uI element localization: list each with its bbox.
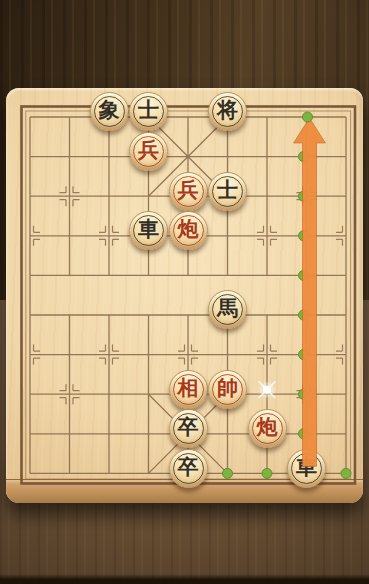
piece-red-cannon[interactable]: 炮 [169,211,208,250]
piece-character: 兵 [138,140,159,161]
piece-red-general[interactable]: 帥 [208,370,247,409]
piece-character: 士 [138,100,159,121]
pieces-layer: 象士将兵兵士車炮馬相帥卒炮卒車 [10,97,366,493]
piece-black-soldier[interactable]: 卒 [169,409,208,448]
piece-character: 象 [99,100,120,121]
piece-character: 兵 [178,180,199,201]
piece-red-soldier[interactable]: 兵 [169,172,208,211]
piece-red-elephant[interactable]: 相 [169,370,208,409]
piece-character: 車 [138,219,159,240]
piece-character: 卒 [178,417,199,438]
piece-black-chariot[interactable]: 車 [287,449,326,488]
piece-character: 相 [178,378,199,399]
piece-character: 馬 [217,298,238,319]
piece-black-advisor[interactable]: 士 [129,92,168,131]
screen-bottom-shadow [0,574,369,584]
piece-black-soldier[interactable]: 卒 [169,449,208,488]
piece-character: 将 [217,100,238,121]
piece-character: 士 [217,180,238,201]
piece-character: 帥 [217,378,238,399]
piece-character: 車 [296,457,317,478]
piece-character: 卒 [178,457,199,478]
piece-black-advisor[interactable]: 士 [208,172,247,211]
piece-black-horse[interactable]: 馬 [208,290,247,329]
piece-black-elephant[interactable]: 象 [90,92,129,131]
piece-character: 炮 [257,417,278,438]
piece-character: 炮 [178,219,199,240]
piece-black-general[interactable]: 将 [208,92,247,131]
piece-red-cannon[interactable]: 炮 [248,409,287,448]
xiangqi-game-screen: { "game": "xiangqi", "position": { "fen"… [0,0,369,584]
piece-red-soldier[interactable]: 兵 [129,132,168,171]
piece-black-chariot[interactable]: 車 [129,211,168,250]
